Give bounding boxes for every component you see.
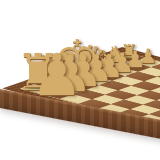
white-pawn-h2[interactable]: ♟ (28, 46, 86, 104)
photo-scene: ♜♞♝♚♛♝♞♜♟♟♟♟♟♟♟♟ (0, 0, 160, 160)
white-pawn-glyph: ♟ (31, 46, 83, 104)
